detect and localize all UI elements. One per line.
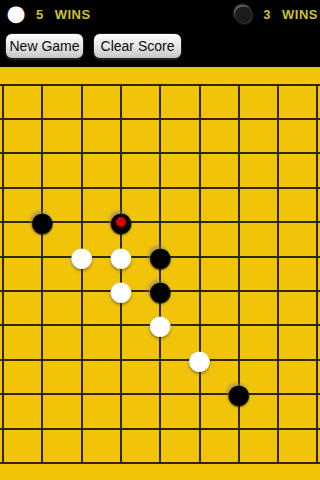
grid-line-v — [120, 84, 122, 464]
white-score-value: 5 — [36, 7, 44, 22]
clear-score-button[interactable]: Clear Score — [93, 33, 182, 59]
white-stone-icon: ● — [1, 0, 31, 26]
black-score-label: WINS — [282, 7, 318, 22]
grid-line-v — [199, 84, 201, 464]
grid-line-v — [81, 84, 83, 464]
grid-line-v — [159, 84, 161, 464]
grid-line-v — [2, 84, 4, 464]
app-root: ● 5 WINS ● 3 WINS New Game Clear Score ●… — [0, 0, 320, 480]
score-bar: ● 5 WINS ● 3 WINS New Game Clear Score — [0, 0, 320, 67]
grid-line-v — [277, 84, 279, 464]
white-score-label: WINS — [55, 7, 91, 22]
white-score-group: ● 5 WINS — [1, 0, 91, 28]
grid-line-v — [41, 84, 43, 464]
game-board[interactable]: ●●●●●●●●●● — [0, 67, 320, 480]
black-score-group: ● 3 WINS — [228, 0, 318, 28]
new-game-button[interactable]: New Game — [5, 33, 84, 59]
grid-line-v — [316, 84, 318, 464]
black-stone-icon: ● — [228, 0, 258, 26]
grid-line-v — [238, 84, 240, 464]
black-score-value: 3 — [263, 7, 271, 22]
